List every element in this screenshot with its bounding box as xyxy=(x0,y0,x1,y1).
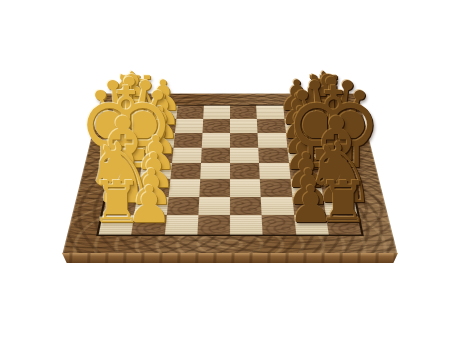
square-c7 xyxy=(285,133,315,148)
square-g1 xyxy=(103,197,138,215)
board-front-edge xyxy=(62,253,398,263)
square-f3 xyxy=(168,179,200,196)
square-d7 xyxy=(287,147,318,163)
square-d6 xyxy=(258,147,288,163)
square-a7 xyxy=(283,106,311,119)
square-a6 xyxy=(256,106,284,119)
square-b1 xyxy=(119,119,149,133)
square-e2 xyxy=(140,163,172,179)
square-e4 xyxy=(200,163,230,179)
square-d1 xyxy=(113,147,145,163)
square-d2 xyxy=(142,147,173,163)
square-f7 xyxy=(290,179,323,196)
square-b6 xyxy=(257,119,285,133)
square-a4 xyxy=(203,106,230,119)
square-h8 xyxy=(326,215,362,234)
square-c3 xyxy=(173,133,202,148)
square-e8 xyxy=(318,163,351,179)
square-h3 xyxy=(164,215,198,234)
square-c2 xyxy=(145,133,175,148)
square-f4 xyxy=(199,179,230,196)
square-h6 xyxy=(262,215,296,234)
square-g7 xyxy=(292,197,326,215)
square-b3 xyxy=(175,119,203,133)
square-c6 xyxy=(258,133,287,148)
square-g3 xyxy=(166,197,199,215)
square-e6 xyxy=(259,163,290,179)
square-g6 xyxy=(261,197,294,215)
square-b7 xyxy=(284,119,313,133)
square-d3 xyxy=(172,147,202,163)
square-b4 xyxy=(202,119,230,133)
chess-board xyxy=(62,93,397,254)
square-e3 xyxy=(170,163,201,179)
square-f1 xyxy=(106,179,140,196)
square-b8 xyxy=(311,119,341,133)
square-h7 xyxy=(294,215,329,234)
square-d8 xyxy=(315,147,347,163)
square-e1 xyxy=(110,163,143,179)
square-b2 xyxy=(147,119,176,133)
square-c5 xyxy=(230,133,258,148)
playing-area-grid xyxy=(96,105,364,236)
square-a1 xyxy=(122,106,151,119)
square-c8 xyxy=(313,133,344,148)
square-c4 xyxy=(202,133,230,148)
square-g4 xyxy=(198,197,230,215)
square-e7 xyxy=(289,163,321,179)
square-f8 xyxy=(320,179,354,196)
square-a5 xyxy=(230,106,257,119)
square-b5 xyxy=(230,119,258,133)
square-h1 xyxy=(99,215,135,234)
square-d5 xyxy=(230,147,259,163)
square-a2 xyxy=(149,106,177,119)
square-f5 xyxy=(230,179,261,196)
square-d4 xyxy=(201,147,230,163)
chess-set-photo: ♜♟♟♜♞♟♟♞♝♟♟♝♛♟♟♛♚♟♟♚♝♟♟♝♞♟♟♞♜♟♟♜ xyxy=(0,0,450,338)
square-a8 xyxy=(309,106,338,119)
square-f6 xyxy=(260,179,292,196)
square-h4 xyxy=(197,215,230,234)
square-a3 xyxy=(176,106,204,119)
square-h5 xyxy=(230,215,263,234)
square-g2 xyxy=(134,197,168,215)
square-g8 xyxy=(323,197,358,215)
square-c1 xyxy=(116,133,147,148)
square-e5 xyxy=(230,163,260,179)
square-g5 xyxy=(230,197,262,215)
square-h2 xyxy=(132,215,167,234)
square-f2 xyxy=(137,179,170,196)
